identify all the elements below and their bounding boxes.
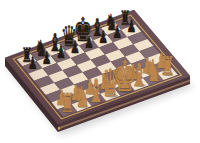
piece-white-knight-g1[interactable]: ♞ <box>145 53 162 88</box>
piece-black-pawn-a7[interactable]: ♟ <box>28 53 38 72</box>
brass-clasp <box>58 127 61 130</box>
chess-set: ♜♞♝♛♚♝♞♜♟♟♟♟♟♟♟♟♟♟♟♟♟♟♟♟♜♞♝♛♚♝♞♜ <box>0 0 200 143</box>
product-photo-stage: ♜♞♝♛♚♝♞♜♟♟♟♟♟♟♟♟♟♟♟♟♟♟♟♟♜♞♝♛♚♝♞♜ <box>0 0 200 143</box>
piece-black-pawn-b7[interactable]: ♟ <box>42 48 52 67</box>
piece-black-pawn-c7[interactable]: ♟ <box>56 43 66 62</box>
piece-black-pawn-g7[interactable]: ♟ <box>112 22 122 41</box>
piece-black-pawn-h7[interactable]: ♟ <box>126 17 136 36</box>
piece-black-pawn-f7[interactable]: ♟ <box>98 27 108 46</box>
piece-white-rook-h1[interactable]: ♜ <box>160 52 175 82</box>
piece-black-pawn-e7[interactable]: ♟ <box>84 32 94 51</box>
piece-black-pawn-d7[interactable]: ♟ <box>70 38 80 57</box>
